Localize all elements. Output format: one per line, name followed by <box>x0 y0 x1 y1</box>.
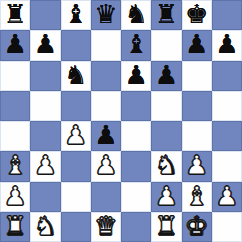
piece-white-queen[interactable]: ♛ <box>94 213 117 239</box>
piece-white-pawn[interactable]: ♟ <box>185 152 208 178</box>
piece-black-pawn[interactable]: ♟ <box>155 62 178 88</box>
square-f6[interactable]: ♟ <box>151 61 181 91</box>
piece-white-pawn[interactable]: ♟ <box>155 183 178 209</box>
piece-white-pawn[interactable]: ♟ <box>64 122 87 148</box>
piece-black-pawn[interactable]: ♟ <box>185 31 208 57</box>
square-c7[interactable] <box>61 30 91 60</box>
square-f3[interactable]: ♞ <box>151 151 181 181</box>
square-f7[interactable] <box>151 30 181 60</box>
square-b6[interactable] <box>30 61 60 91</box>
chess-board: ♜♝♛♞♜♚♟♟♝♟♟♞♟♟♟♟♝♟♟♞♟♟♟♝♟♜♞♛♜♚ <box>0 0 242 242</box>
piece-black-knight[interactable]: ♞ <box>64 62 87 88</box>
square-e4[interactable] <box>121 121 151 151</box>
square-f5[interactable] <box>151 91 181 121</box>
square-d7[interactable] <box>91 30 121 60</box>
square-c6[interactable]: ♞ <box>61 61 91 91</box>
square-a4[interactable] <box>0 121 30 151</box>
square-h1[interactable] <box>212 212 242 242</box>
square-a5[interactable] <box>0 91 30 121</box>
square-c2[interactable] <box>61 182 91 212</box>
square-b2[interactable] <box>30 182 60 212</box>
square-d6[interactable] <box>91 61 121 91</box>
square-g6[interactable] <box>182 61 212 91</box>
square-a8[interactable]: ♜ <box>0 0 30 30</box>
square-e6[interactable]: ♟ <box>121 61 151 91</box>
square-a1[interactable]: ♜ <box>0 212 30 242</box>
piece-white-bishop[interactable]: ♝ <box>3 152 26 178</box>
square-g7[interactable]: ♟ <box>182 30 212 60</box>
square-d2[interactable] <box>91 182 121 212</box>
piece-white-pawn[interactable]: ♟ <box>34 152 57 178</box>
square-e2[interactable] <box>121 182 151 212</box>
square-h6[interactable] <box>212 61 242 91</box>
square-g4[interactable] <box>182 121 212 151</box>
square-e5[interactable] <box>121 91 151 121</box>
piece-white-pawn[interactable]: ♟ <box>215 183 238 209</box>
piece-black-rook[interactable]: ♜ <box>3 1 26 27</box>
piece-black-bishop[interactable]: ♝ <box>124 31 147 57</box>
square-c8[interactable]: ♝ <box>61 0 91 30</box>
piece-black-pawn[interactable]: ♟ <box>94 122 117 148</box>
piece-black-queen[interactable]: ♛ <box>94 1 117 27</box>
square-b1[interactable]: ♞ <box>30 212 60 242</box>
square-c4[interactable]: ♟ <box>61 121 91 151</box>
square-d5[interactable] <box>91 91 121 121</box>
piece-white-rook[interactable]: ♜ <box>155 213 178 239</box>
square-h2[interactable]: ♟ <box>212 182 242 212</box>
square-g1[interactable]: ♚ <box>182 212 212 242</box>
square-c1[interactable] <box>61 212 91 242</box>
square-h5[interactable] <box>212 91 242 121</box>
square-h8[interactable] <box>212 0 242 30</box>
piece-black-bishop[interactable]: ♝ <box>64 1 87 27</box>
piece-black-king[interactable]: ♚ <box>185 1 208 27</box>
square-e8[interactable]: ♞ <box>121 0 151 30</box>
piece-black-pawn[interactable]: ♟ <box>215 31 238 57</box>
square-d8[interactable]: ♛ <box>91 0 121 30</box>
square-b8[interactable] <box>30 0 60 30</box>
piece-black-pawn[interactable]: ♟ <box>3 31 26 57</box>
square-d3[interactable]: ♟ <box>91 151 121 181</box>
piece-white-pawn[interactable]: ♟ <box>94 152 117 178</box>
square-f2[interactable]: ♟ <box>151 182 181 212</box>
square-g8[interactable]: ♚ <box>182 0 212 30</box>
square-b3[interactable]: ♟ <box>30 151 60 181</box>
square-h4[interactable] <box>212 121 242 151</box>
piece-white-pawn[interactable]: ♟ <box>3 183 26 209</box>
square-a6[interactable] <box>0 61 30 91</box>
piece-black-knight[interactable]: ♞ <box>124 1 147 27</box>
square-c5[interactable] <box>61 91 91 121</box>
piece-white-knight[interactable]: ♞ <box>34 213 57 239</box>
piece-white-bishop[interactable]: ♝ <box>185 183 208 209</box>
square-d4[interactable]: ♟ <box>91 121 121 151</box>
piece-black-pawn[interactable]: ♟ <box>124 62 147 88</box>
square-a2[interactable]: ♟ <box>0 182 30 212</box>
square-g2[interactable]: ♝ <box>182 182 212 212</box>
square-b5[interactable] <box>30 91 60 121</box>
chess-board-wrapper: ♜♝♛♞♜♚♟♟♝♟♟♞♟♟♟♟♝♟♟♞♟♟♟♝♟♜♞♛♜♚ <box>0 0 242 242</box>
square-e7[interactable]: ♝ <box>121 30 151 60</box>
square-a7[interactable]: ♟ <box>0 30 30 60</box>
square-f1[interactable]: ♜ <box>151 212 181 242</box>
piece-white-king[interactable]: ♚ <box>185 213 208 239</box>
square-a3[interactable]: ♝ <box>0 151 30 181</box>
piece-white-rook[interactable]: ♜ <box>3 213 26 239</box>
piece-white-knight[interactable]: ♞ <box>155 152 178 178</box>
square-c3[interactable] <box>61 151 91 181</box>
piece-black-rook[interactable]: ♜ <box>155 1 178 27</box>
square-h7[interactable]: ♟ <box>212 30 242 60</box>
square-g5[interactable] <box>182 91 212 121</box>
piece-black-pawn[interactable]: ♟ <box>34 31 57 57</box>
square-h3[interactable] <box>212 151 242 181</box>
square-e3[interactable] <box>121 151 151 181</box>
square-g3[interactable]: ♟ <box>182 151 212 181</box>
square-f4[interactable] <box>151 121 181 151</box>
square-e1[interactable] <box>121 212 151 242</box>
square-f8[interactable]: ♜ <box>151 0 181 30</box>
square-d1[interactable]: ♛ <box>91 212 121 242</box>
square-b4[interactable] <box>30 121 60 151</box>
square-b7[interactable]: ♟ <box>30 30 60 60</box>
